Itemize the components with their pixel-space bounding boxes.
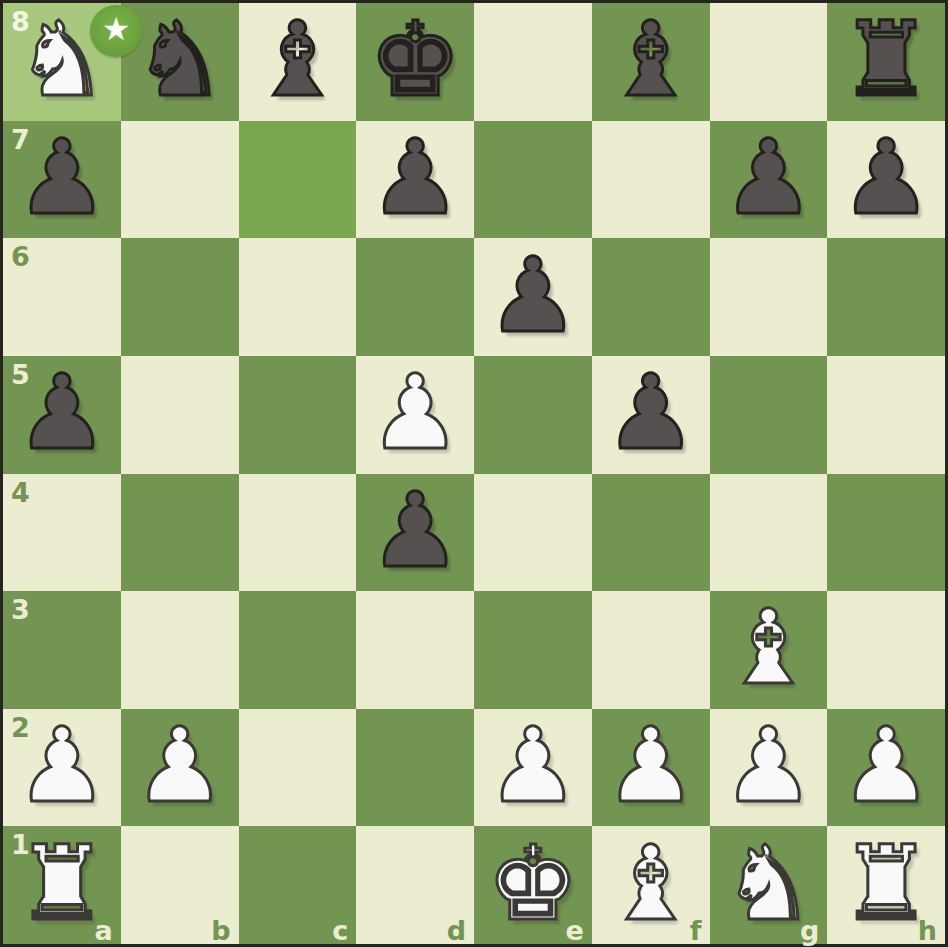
white-pawn[interactable]: ♟ — [133, 714, 225, 817]
square-h1[interactable]: h♜ — [827, 826, 945, 944]
white-pawn[interactable]: ♟ — [487, 714, 579, 817]
square-d7[interactable]: ♟ — [356, 121, 474, 239]
square-d1[interactable]: d — [356, 826, 474, 944]
square-g7[interactable]: ♟ — [710, 121, 828, 239]
square-e7[interactable] — [474, 121, 592, 239]
square-e2[interactable]: ♟ — [474, 709, 592, 827]
square-f7[interactable] — [592, 121, 710, 239]
square-d3[interactable] — [356, 591, 474, 709]
square-c2[interactable] — [239, 709, 357, 827]
black-bishop[interactable]: ♝ — [251, 8, 343, 111]
square-b7[interactable] — [121, 121, 239, 239]
white-pawn[interactable]: ♟ — [16, 714, 108, 817]
square-d4[interactable]: ♟ — [356, 474, 474, 592]
file-label-c: c — [332, 915, 348, 946]
white-rook[interactable]: ♜ — [840, 832, 932, 935]
black-pawn[interactable]: ♟ — [369, 126, 461, 229]
white-bishop[interactable]: ♝ — [604, 832, 696, 935]
square-a3[interactable]: 3 — [3, 591, 121, 709]
white-king[interactable]: ♚ — [487, 832, 579, 935]
square-e8[interactable] — [474, 3, 592, 121]
square-g2[interactable]: ♟ — [710, 709, 828, 827]
square-f4[interactable] — [592, 474, 710, 592]
square-b6[interactable] — [121, 238, 239, 356]
square-c6[interactable] — [239, 238, 357, 356]
square-c7[interactable] — [239, 121, 357, 239]
square-b3[interactable] — [121, 591, 239, 709]
black-pawn[interactable]: ♟ — [604, 361, 696, 464]
file-label-b: b — [211, 915, 230, 946]
square-h3[interactable] — [827, 591, 945, 709]
white-rook[interactable]: ♜ — [16, 832, 108, 935]
black-king[interactable]: ♚ — [369, 8, 461, 111]
square-c3[interactable] — [239, 591, 357, 709]
black-bishop[interactable]: ♝ — [604, 8, 696, 111]
square-d5[interactable]: ♟ — [356, 356, 474, 474]
square-f5[interactable]: ♟ — [592, 356, 710, 474]
square-f6[interactable] — [592, 238, 710, 356]
square-g8[interactable] — [710, 3, 828, 121]
black-pawn[interactable]: ♟ — [487, 244, 579, 347]
square-c5[interactable] — [239, 356, 357, 474]
black-pawn[interactable]: ♟ — [369, 479, 461, 582]
square-h7[interactable]: ♟ — [827, 121, 945, 239]
black-pawn[interactable]: ♟ — [16, 126, 108, 229]
square-a1[interactable]: 1a♜ — [3, 826, 121, 944]
square-g5[interactable] — [710, 356, 828, 474]
rank-label-3: 3 — [11, 594, 30, 625]
square-c1[interactable]: c — [239, 826, 357, 944]
square-c8[interactable]: ♝ — [239, 3, 357, 121]
white-pawn[interactable]: ♟ — [722, 714, 814, 817]
star-icon: ★ — [102, 13, 131, 45]
square-e3[interactable] — [474, 591, 592, 709]
rank-label-4: 4 — [11, 477, 30, 508]
square-f3[interactable] — [592, 591, 710, 709]
white-knight[interactable]: ♞ — [722, 832, 814, 935]
square-f8[interactable]: ♝ — [592, 3, 710, 121]
square-h2[interactable]: ♟ — [827, 709, 945, 827]
square-a6[interactable]: 6 — [3, 238, 121, 356]
square-a7[interactable]: 7♟ — [3, 121, 121, 239]
square-h8[interactable]: ♜ — [827, 3, 945, 121]
square-b2[interactable]: ♟ — [121, 709, 239, 827]
black-pawn[interactable]: ♟ — [840, 126, 932, 229]
white-bishop[interactable]: ♝ — [722, 596, 814, 699]
square-h5[interactable] — [827, 356, 945, 474]
square-g3[interactable]: ♝ — [710, 591, 828, 709]
white-pawn[interactable]: ♟ — [604, 714, 696, 817]
square-e1[interactable]: e♚ — [474, 826, 592, 944]
black-pawn[interactable]: ♟ — [722, 126, 814, 229]
square-d8[interactable]: ♚ — [356, 3, 474, 121]
square-b4[interactable] — [121, 474, 239, 592]
square-h4[interactable] — [827, 474, 945, 592]
black-rook[interactable]: ♜ — [840, 8, 932, 111]
square-g1[interactable]: g♞ — [710, 826, 828, 944]
white-pawn[interactable]: ♟ — [840, 714, 932, 817]
square-b1[interactable]: b — [121, 826, 239, 944]
square-d6[interactable] — [356, 238, 474, 356]
white-pawn[interactable]: ♟ — [369, 361, 461, 464]
square-e6[interactable]: ♟ — [474, 238, 592, 356]
square-e5[interactable] — [474, 356, 592, 474]
chess-board-window: 8♞♞♝♚♝♜7♟♟♟♟6♟5♟♟♟4♟3♝2♟♟♟♟♟♟1a♜bcde♚f♝g… — [0, 0, 948, 947]
black-knight[interactable]: ♞ — [133, 8, 225, 111]
rank-label-6: 6 — [11, 241, 30, 272]
square-f1[interactable]: f♝ — [592, 826, 710, 944]
square-a5[interactable]: 5♟ — [3, 356, 121, 474]
square-d2[interactable] — [356, 709, 474, 827]
black-pawn[interactable]: ♟ — [16, 361, 108, 464]
square-c4[interactable] — [239, 474, 357, 592]
best-move-star-badge: ★ — [90, 5, 142, 57]
square-a2[interactable]: 2♟ — [3, 709, 121, 827]
square-g6[interactable] — [710, 238, 828, 356]
square-e4[interactable] — [474, 474, 592, 592]
chess-board: 8♞♞♝♚♝♜7♟♟♟♟6♟5♟♟♟4♟3♝2♟♟♟♟♟♟1a♜bcde♚f♝g… — [3, 3, 945, 944]
file-label-d: d — [447, 915, 466, 946]
square-h6[interactable] — [827, 238, 945, 356]
square-a4[interactable]: 4 — [3, 474, 121, 592]
square-b5[interactable] — [121, 356, 239, 474]
square-g4[interactable] — [710, 474, 828, 592]
square-f2[interactable]: ♟ — [592, 709, 710, 827]
